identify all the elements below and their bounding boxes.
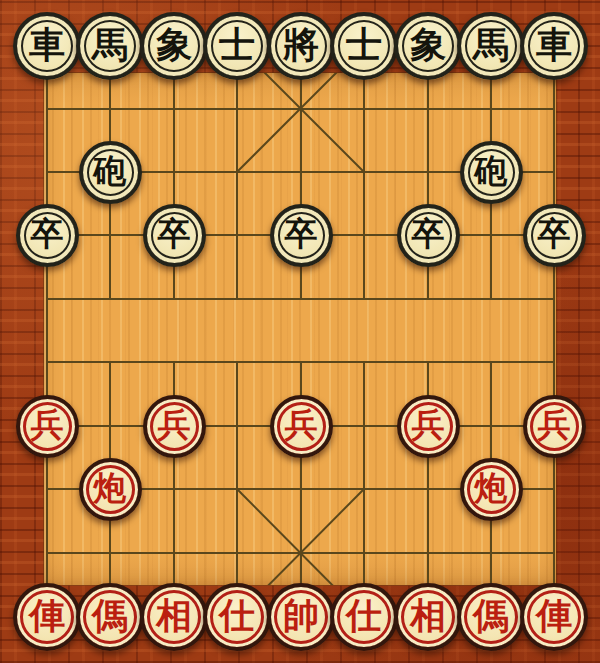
piece-character: 傌 [473,592,509,641]
piece-character: 兵 [31,403,64,448]
piece-character: 砲 [94,149,127,194]
piece-character: 卒 [538,212,571,257]
piece-character: 相 [156,592,192,641]
piece-red-chariot[interactable]: 俥 [520,583,588,651]
piece-character: 兵 [158,403,191,448]
piece-character: 卒 [412,212,445,257]
piece-red-soldier[interactable]: 兵 [523,395,586,458]
piece-character: 將 [283,21,319,70]
piece-black-cannon[interactable]: 砲 [460,141,523,204]
piece-character: 傌 [92,592,128,641]
piece-black-soldier[interactable]: 卒 [16,204,79,267]
piece-character: 士 [219,21,255,70]
piece-character: 炮 [475,466,508,511]
piece-red-general[interactable]: 帥 [267,583,335,651]
piece-character: 俥 [536,592,572,641]
piece-character: 象 [156,21,192,70]
piece-character: 象 [410,21,446,70]
piece-character: 士 [346,21,382,70]
piece-character: 砲 [475,149,508,194]
piece-red-advisor[interactable]: 仕 [330,583,398,651]
piece-character: 炮 [94,466,127,511]
piece-black-soldier[interactable]: 卒 [143,204,206,267]
piece-character: 兵 [538,403,571,448]
piece-red-elephant[interactable]: 相 [140,583,208,651]
xiangqi-board: 車馬象士將士象馬車砲砲卒卒卒卒卒兵兵兵兵兵炮炮俥傌相仕帥仕相傌俥 [0,0,600,663]
piece-red-horse[interactable]: 傌 [76,583,144,651]
piece-black-soldier[interactable]: 卒 [523,204,586,267]
piece-black-general[interactable]: 將 [267,12,335,80]
piece-black-soldier[interactable]: 卒 [270,204,333,267]
piece-black-horse[interactable]: 馬 [457,12,525,80]
piece-red-horse[interactable]: 傌 [457,583,525,651]
piece-red-advisor[interactable]: 仕 [203,583,271,651]
piece-black-elephant[interactable]: 象 [394,12,462,80]
piece-character: 卒 [285,212,318,257]
piece-character: 仕 [346,592,382,641]
piece-black-cannon[interactable]: 砲 [79,141,142,204]
piece-red-elephant[interactable]: 相 [394,583,462,651]
piece-red-soldier[interactable]: 兵 [143,395,206,458]
piece-red-soldier[interactable]: 兵 [270,395,333,458]
piece-black-chariot[interactable]: 車 [520,12,588,80]
piece-character: 卒 [31,212,64,257]
piece-character: 帥 [283,592,319,641]
piece-black-horse[interactable]: 馬 [76,12,144,80]
piece-black-elephant[interactable]: 象 [140,12,208,80]
piece-black-soldier[interactable]: 卒 [397,204,460,267]
piece-red-soldier[interactable]: 兵 [16,395,79,458]
piece-red-cannon[interactable]: 炮 [460,458,523,521]
piece-black-advisor[interactable]: 士 [330,12,398,80]
piece-character: 仕 [219,592,255,641]
piece-red-cannon[interactable]: 炮 [79,458,142,521]
piece-character: 馬 [473,21,509,70]
piece-character: 卒 [158,212,191,257]
piece-character: 兵 [285,403,318,448]
piece-character: 相 [410,592,446,641]
piece-character: 車 [29,21,65,70]
piece-character: 兵 [412,403,445,448]
piece-character: 馬 [92,21,128,70]
piece-black-advisor[interactable]: 士 [203,12,271,80]
piece-red-soldier[interactable]: 兵 [397,395,460,458]
piece-black-chariot[interactable]: 車 [13,12,81,80]
piece-red-chariot[interactable]: 俥 [13,583,81,651]
piece-character: 俥 [29,592,65,641]
piece-character: 車 [536,21,572,70]
